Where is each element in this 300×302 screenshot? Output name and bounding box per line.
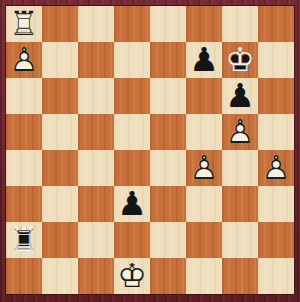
white-pawn-outline: ♙: [258, 150, 294, 186]
square-a3[interactable]: [6, 186, 42, 222]
board-frame: ♜♖♟♙♟♚♔♟♟♙♟♙♟♙♟♜♖♚♔: [0, 0, 300, 302]
black-pawn-glyph: ♟: [222, 78, 258, 114]
square-c5[interactable]: [78, 114, 114, 150]
black-pawn-glyph: ♟: [186, 42, 222, 78]
square-a1[interactable]: [6, 258, 42, 294]
white-king-outline: ♔: [114, 258, 150, 294]
square-f5[interactable]: [186, 114, 222, 150]
square-e2[interactable]: [150, 222, 186, 258]
square-c2[interactable]: [78, 222, 114, 258]
square-b6[interactable]: [42, 78, 78, 114]
square-h4[interactable]: ♟♙: [258, 150, 294, 186]
square-f4[interactable]: ♟♙: [186, 150, 222, 186]
square-b2[interactable]: [42, 222, 78, 258]
piece-black-pawn-d3[interactable]: ♟: [114, 186, 150, 222]
square-c3[interactable]: [78, 186, 114, 222]
square-e8[interactable]: [150, 6, 186, 42]
square-a6[interactable]: [6, 78, 42, 114]
square-d3[interactable]: ♟: [114, 186, 150, 222]
piece-white-king-d1[interactable]: ♚♔: [114, 258, 150, 294]
piece-black-pawn-g6[interactable]: ♟: [222, 78, 258, 114]
square-g6[interactable]: ♟: [222, 78, 258, 114]
square-f3[interactable]: [186, 186, 222, 222]
square-b4[interactable]: [42, 150, 78, 186]
piece-white-pawn-g5[interactable]: ♟♙: [222, 114, 258, 150]
chess-board: ♜♖♟♙♟♚♔♟♟♙♟♙♟♙♟♜♖♚♔: [6, 6, 294, 294]
square-d6[interactable]: [114, 78, 150, 114]
square-d7[interactable]: [114, 42, 150, 78]
square-e3[interactable]: [150, 186, 186, 222]
square-h2[interactable]: [258, 222, 294, 258]
square-b5[interactable]: [42, 114, 78, 150]
square-e4[interactable]: [150, 150, 186, 186]
square-g7[interactable]: ♚♔: [222, 42, 258, 78]
square-a7[interactable]: ♟♙: [6, 42, 42, 78]
white-rook-outline: ♖: [6, 6, 42, 42]
square-g2[interactable]: [222, 222, 258, 258]
piece-white-pawn-a7[interactable]: ♟♙: [6, 42, 42, 78]
square-f6[interactable]: [186, 78, 222, 114]
square-g4[interactable]: [222, 150, 258, 186]
piece-black-pawn-f7[interactable]: ♟: [186, 42, 222, 78]
white-pawn-outline: ♙: [6, 42, 42, 78]
square-h1[interactable]: [258, 258, 294, 294]
square-c7[interactable]: [78, 42, 114, 78]
square-a4[interactable]: [6, 150, 42, 186]
square-a8[interactable]: ♜♖: [6, 6, 42, 42]
square-g8[interactable]: [222, 6, 258, 42]
square-d8[interactable]: [114, 6, 150, 42]
square-f1[interactable]: [186, 258, 222, 294]
square-c8[interactable]: [78, 6, 114, 42]
piece-black-rook-a2[interactable]: ♜♖: [6, 222, 42, 258]
square-a2[interactable]: ♜♖: [6, 222, 42, 258]
white-pawn-outline: ♙: [222, 114, 258, 150]
square-d4[interactable]: [114, 150, 150, 186]
square-a5[interactable]: [6, 114, 42, 150]
square-h5[interactable]: [258, 114, 294, 150]
white-pawn-outline: ♙: [186, 150, 222, 186]
square-h8[interactable]: [258, 6, 294, 42]
square-c6[interactable]: [78, 78, 114, 114]
piece-white-pawn-f4[interactable]: ♟♙: [186, 150, 222, 186]
square-e1[interactable]: [150, 258, 186, 294]
square-f8[interactable]: [186, 6, 222, 42]
square-g1[interactable]: [222, 258, 258, 294]
square-b7[interactable]: [42, 42, 78, 78]
piece-white-pawn-h4[interactable]: ♟♙: [258, 150, 294, 186]
square-g3[interactable]: [222, 186, 258, 222]
square-e5[interactable]: [150, 114, 186, 150]
square-h3[interactable]: [258, 186, 294, 222]
square-c4[interactable]: [78, 150, 114, 186]
square-b3[interactable]: [42, 186, 78, 222]
square-f7[interactable]: ♟: [186, 42, 222, 78]
square-g5[interactable]: ♟♙: [222, 114, 258, 150]
square-f2[interactable]: [186, 222, 222, 258]
square-h7[interactable]: [258, 42, 294, 78]
piece-black-king-g7[interactable]: ♚♔: [222, 42, 258, 78]
square-e6[interactable]: [150, 78, 186, 114]
black-rook-outline: ♖: [6, 222, 42, 258]
black-king-outline: ♔: [222, 42, 258, 78]
square-e7[interactable]: [150, 42, 186, 78]
black-pawn-glyph: ♟: [114, 186, 150, 222]
square-h6[interactable]: [258, 78, 294, 114]
piece-white-rook-a8[interactable]: ♜♖: [6, 6, 42, 42]
square-d2[interactable]: [114, 222, 150, 258]
square-c1[interactable]: [78, 258, 114, 294]
square-d5[interactable]: [114, 114, 150, 150]
square-d1[interactable]: ♚♔: [114, 258, 150, 294]
square-b8[interactable]: [42, 6, 78, 42]
square-b1[interactable]: [42, 258, 78, 294]
